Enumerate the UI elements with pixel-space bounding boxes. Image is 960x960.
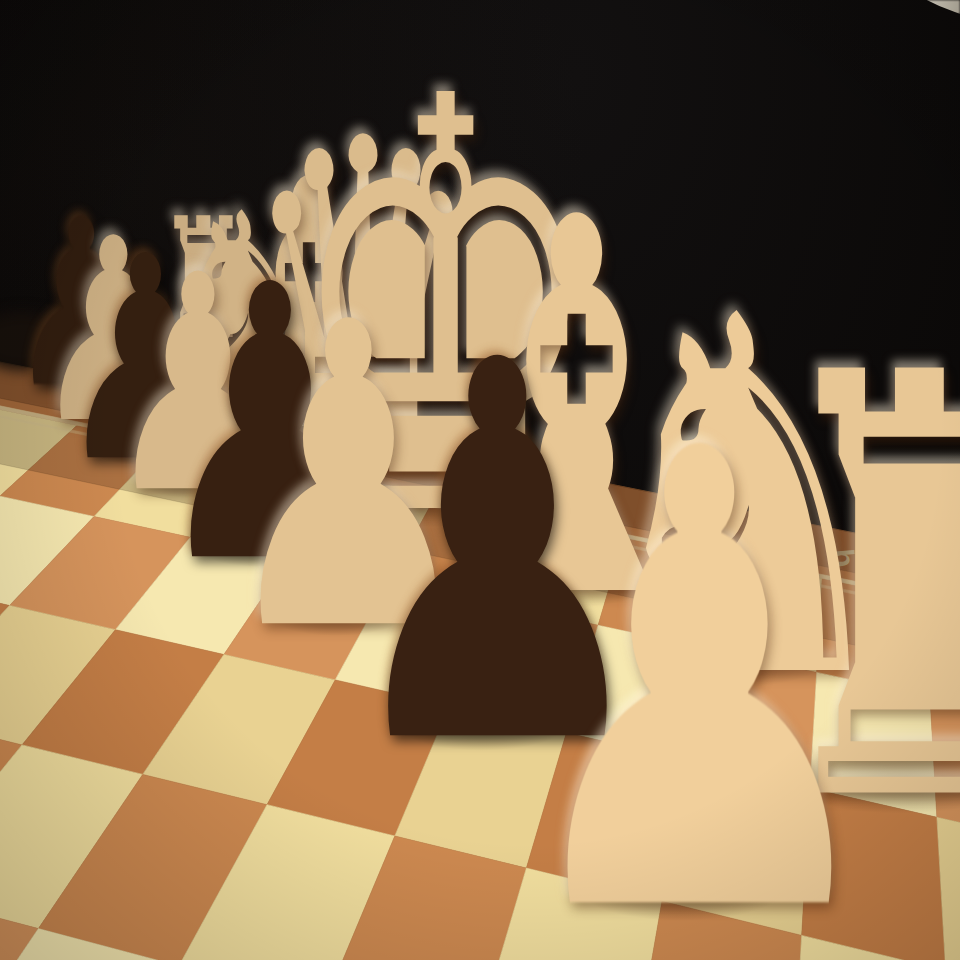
chess-board: b xyxy=(0,0,960,960)
chess-photo-scene: b ♜♟♞♟♝♛♟♟♚♟♝♟♞♟♜♟ xyxy=(0,0,960,960)
